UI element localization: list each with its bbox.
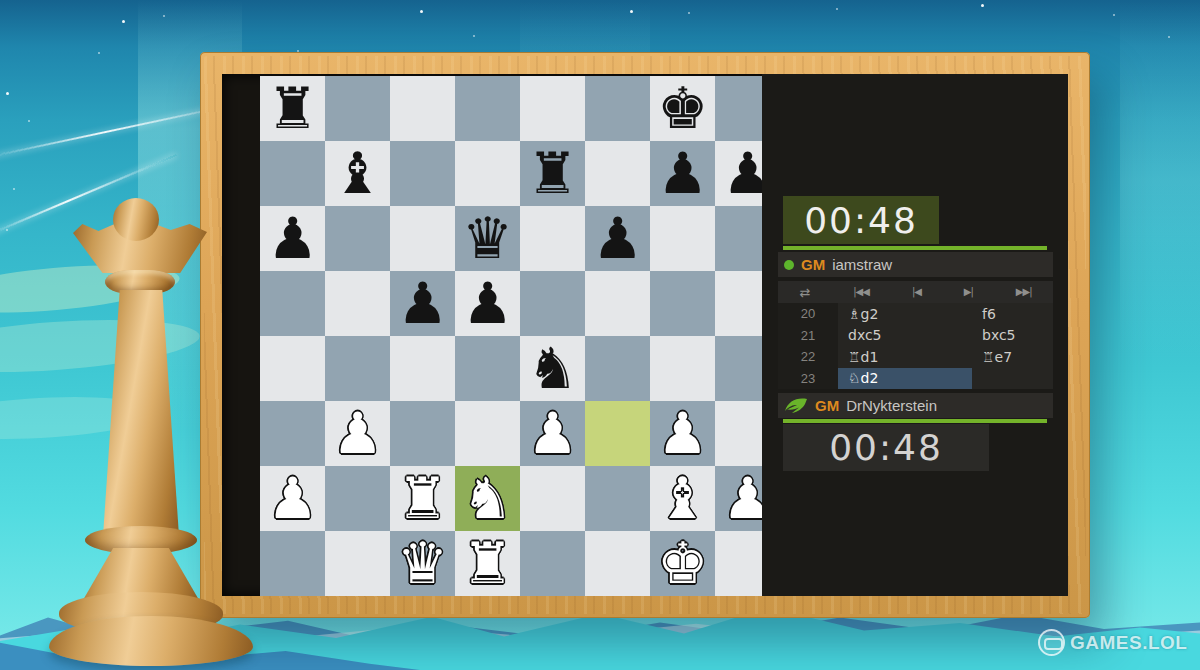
white-pawn[interactable]: ♟ <box>332 405 383 462</box>
wooden-queen-photo <box>45 196 257 666</box>
online-status-icon <box>784 260 794 270</box>
white-rook[interactable]: ♜ <box>462 535 513 592</box>
separator-line <box>783 246 1047 250</box>
star <box>688 12 690 14</box>
square-f2[interactable] <box>585 466 650 531</box>
black-pawn[interactable]: ♟ <box>397 275 448 332</box>
white-bishop[interactable]: ♝ <box>657 470 708 527</box>
square-b4[interactable] <box>325 336 390 401</box>
patron-wing-icon <box>784 397 808 414</box>
square-a1[interactable] <box>260 531 325 596</box>
skip-start-button[interactable]: |◀◀ <box>849 287 873 297</box>
move-22-white[interactable]: ♖d1 <box>838 346 972 368</box>
star <box>1113 14 1115 16</box>
player-name[interactable]: iamstraw <box>832 256 892 273</box>
square-b2[interactable] <box>325 466 390 531</box>
square-e5[interactable] <box>520 271 585 336</box>
square-b5[interactable] <box>325 271 390 336</box>
square-d2[interactable]: ♞ <box>455 466 520 531</box>
move-22-black[interactable]: ♖e7 <box>972 346 1053 368</box>
square-c4[interactable] <box>390 336 455 401</box>
move-number: 20 <box>778 303 838 325</box>
player-title: GM <box>801 256 825 273</box>
square-c6[interactable] <box>390 206 455 271</box>
square-g6[interactable] <box>650 206 715 271</box>
black-king[interactable]: ♚ <box>657 80 708 137</box>
square-a2[interactable]: ♟ <box>260 466 325 531</box>
white-pawn[interactable]: ♟ <box>527 405 578 462</box>
square-f3[interactable] <box>585 401 650 466</box>
square-b1[interactable] <box>325 531 390 596</box>
queen-finial-ball <box>113 198 159 241</box>
star <box>122 20 125 23</box>
square-f5[interactable] <box>585 271 650 336</box>
square-d4[interactable] <box>455 336 520 401</box>
game-panel: 00:48 GM iamstraw ⇄ |◀◀ |◀ ▶| ▶▶| 20♗g2f… <box>762 74 1068 596</box>
square-e7[interactable]: ♜ <box>520 141 585 206</box>
games-lol-logo-text: GAMES.LOL <box>1070 632 1187 654</box>
star <box>28 120 30 122</box>
star <box>630 10 633 13</box>
square-a8[interactable]: ♜ <box>260 76 325 141</box>
move-21-white[interactable]: dxc5 <box>838 325 972 347</box>
star <box>98 52 100 54</box>
games-lol-logo-icon <box>1038 629 1065 656</box>
square-d5[interactable]: ♟ <box>455 271 520 336</box>
black-knight[interactable]: ♞ <box>527 340 578 397</box>
light-band <box>1120 0 1200 360</box>
bottom-player-clock: 00:48 <box>783 424 989 471</box>
step-back-button[interactable]: |◀ <box>908 287 925 297</box>
queen-body <box>103 290 179 536</box>
square-d3[interactable] <box>455 401 520 466</box>
move-23-white[interactable]: ♘d2 <box>838 368 972 390</box>
move-23-black <box>972 368 1053 390</box>
square-e6[interactable] <box>520 206 585 271</box>
square-g4[interactable] <box>650 336 715 401</box>
move-21-black[interactable]: bxc5 <box>972 325 1053 347</box>
player-title: GM <box>815 397 839 414</box>
move-number: 22 <box>778 346 838 368</box>
square-a3[interactable] <box>260 401 325 466</box>
black-pawn[interactable]: ♟ <box>462 275 513 332</box>
move-20-black[interactable]: f6 <box>972 303 1053 325</box>
skip-end-button[interactable]: ▶▶| <box>1012 287 1036 297</box>
square-g5[interactable] <box>650 271 715 336</box>
square-c7[interactable] <box>390 141 455 206</box>
black-bishop[interactable]: ♝ <box>332 145 383 202</box>
black-rook[interactable]: ♜ <box>527 145 578 202</box>
star <box>1168 36 1170 38</box>
move-number: 21 <box>778 325 838 347</box>
square-e1[interactable] <box>520 531 585 596</box>
white-pawn[interactable]: ♟ <box>267 470 318 527</box>
square-f8[interactable] <box>585 76 650 141</box>
square-e2[interactable] <box>520 466 585 531</box>
square-a7[interactable] <box>260 141 325 206</box>
square-e8[interactable] <box>520 76 585 141</box>
square-c5[interactable]: ♟ <box>390 271 455 336</box>
star <box>473 35 475 37</box>
board-backdrop: ♜♚8♝♜♟♟7♟♛♟6♟♟5♞4♟♟♟3♟♜♞♝♟2♛♜♚1 00:48 GM… <box>222 74 1068 596</box>
move-20-white[interactable]: ♗g2 <box>838 303 972 325</box>
top-player-clock: 00:48 <box>783 196 939 244</box>
square-b8[interactable] <box>325 76 390 141</box>
star <box>13 188 15 190</box>
move-number: 23 <box>778 368 838 390</box>
square-g2[interactable]: ♝ <box>650 466 715 531</box>
white-rook[interactable]: ♜ <box>397 470 448 527</box>
square-b7[interactable]: ♝ <box>325 141 390 206</box>
square-g8[interactable]: ♚ <box>650 76 715 141</box>
chess-board[interactable]: ♜♚8♝♜♟♟7♟♛♟6♟♟5♞4♟♟♟3♟♜♞♝♟2♛♜♚1 <box>260 76 780 596</box>
games-lol-watermark: GAMES.LOL <box>1038 629 1187 656</box>
square-c2[interactable]: ♜ <box>390 466 455 531</box>
black-pawn[interactable]: ♟ <box>267 210 318 267</box>
white-king[interactable]: ♚ <box>657 535 708 592</box>
wooden-frame: ♜♚8♝♜♟♟7♟♛♟6♟♟5♞4♟♟♟3♟♜♞♝♟2♛♜♚1 00:48 GM… <box>200 52 1090 618</box>
square-d1[interactable]: ♜ <box>455 531 520 596</box>
square-f4[interactable] <box>585 336 650 401</box>
separator-line <box>783 419 1047 423</box>
square-d7[interactable] <box>455 141 520 206</box>
white-knight[interactable]: ♞ <box>462 470 513 527</box>
square-d8[interactable] <box>455 76 520 141</box>
star <box>6 229 8 231</box>
star <box>836 8 838 10</box>
black-pawn[interactable]: ♟ <box>657 145 708 202</box>
square-e4[interactable]: ♞ <box>520 336 585 401</box>
square-f6[interactable]: ♟ <box>585 206 650 271</box>
move-list: 20♗g2f621dxc5bxc522♖d1♖e723♘d2 <box>778 303 1053 389</box>
square-g1[interactable]: ♚ <box>650 531 715 596</box>
black-rook[interactable]: ♜ <box>267 80 318 137</box>
black-queen[interactable]: ♛ <box>462 210 513 267</box>
square-a4[interactable] <box>260 336 325 401</box>
square-e3[interactable]: ♟ <box>520 401 585 466</box>
player-name[interactable]: DrNykterstein <box>846 397 937 414</box>
black-pawn[interactable]: ♟ <box>592 210 643 267</box>
white-pawn[interactable]: ♟ <box>657 405 708 462</box>
square-f7[interactable] <box>585 141 650 206</box>
top-player-row[interactable]: GM iamstraw <box>778 252 1053 277</box>
square-c1[interactable]: ♛ <box>390 531 455 596</box>
star <box>6 92 9 95</box>
square-g3[interactable]: ♟ <box>650 401 715 466</box>
move-navigation-bar: ⇄ |◀◀ |◀ ▶| ▶▶| <box>778 281 1053 303</box>
square-g7[interactable]: ♟ <box>650 141 715 206</box>
step-forward-button[interactable]: ▶| <box>960 287 977 297</box>
square-a6[interactable]: ♟ <box>260 206 325 271</box>
white-queen[interactable]: ♛ <box>397 535 448 592</box>
flip-board-button[interactable]: ⇄ <box>795 286 814 299</box>
bottom-player-row[interactable]: GM DrNykterstein <box>778 393 1053 418</box>
square-f1[interactable] <box>585 531 650 596</box>
square-c3[interactable] <box>390 401 455 466</box>
screenshot: ♜♚8♝♜♟♟7♟♛♟6♟♟5♞4♟♟♟3♟♜♞♝♟2♛♜♚1 00:48 GM… <box>0 0 1200 670</box>
square-c8[interactable] <box>390 76 455 141</box>
star <box>163 15 165 17</box>
star <box>981 4 984 7</box>
star <box>420 10 423 13</box>
square-a5[interactable] <box>260 271 325 336</box>
square-b6[interactable] <box>325 206 390 271</box>
square-b3[interactable]: ♟ <box>325 401 390 466</box>
square-d6[interactable]: ♛ <box>455 206 520 271</box>
